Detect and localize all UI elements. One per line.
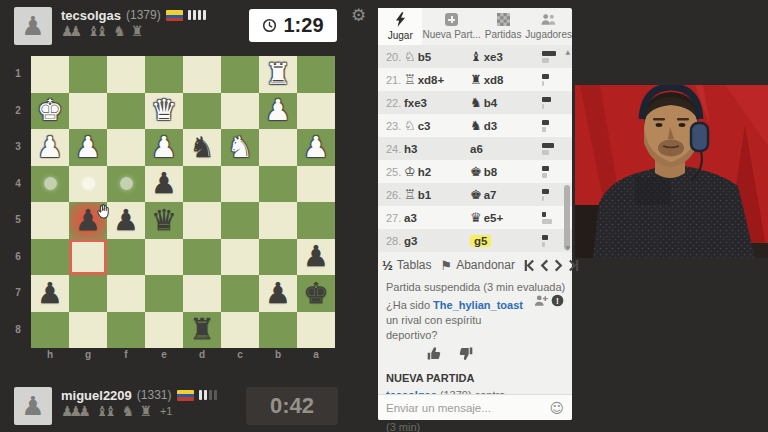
pawn-avatar-icon: ♟ bbox=[21, 13, 44, 39]
chat-placeholder: Enviar un mensaje... bbox=[386, 402, 491, 414]
piece-wP-e3[interactable]: ♟ bbox=[151, 133, 177, 162]
piece-bP-f5[interactable]: ♟ bbox=[113, 206, 139, 235]
square-b5[interactable] bbox=[259, 202, 297, 239]
move-row-28: 28.g3g5 bbox=[378, 229, 572, 252]
square-h7[interactable]: ♟ bbox=[31, 275, 69, 312]
square-b7[interactable]: ♟ bbox=[259, 275, 297, 312]
captured-piece: ♞ bbox=[113, 23, 126, 39]
colombia-flag-icon bbox=[166, 10, 183, 21]
clock-bottom-time: 0:42 bbox=[270, 393, 314, 419]
square-h3[interactable]: ♟ bbox=[31, 129, 69, 166]
move-text: h2 bbox=[418, 166, 431, 178]
move-number: 25. bbox=[378, 166, 404, 178]
piece-icon-bN: ♞ bbox=[470, 118, 482, 133]
move-row-27: 27.a3♛e5+ bbox=[378, 206, 572, 229]
square-b1[interactable]: ♜ bbox=[259, 56, 297, 93]
square-e1[interactable] bbox=[145, 56, 183, 93]
player-bottom-rating: (1331) bbox=[137, 388, 172, 402]
square-d2[interactable] bbox=[183, 93, 221, 130]
move-number: 27. bbox=[378, 212, 404, 224]
square-b2[interactable]: ♟ bbox=[259, 93, 297, 130]
move-text: a6 bbox=[470, 143, 483, 155]
gear-icon[interactable]: ⚙ bbox=[351, 5, 366, 25]
square-d1[interactable] bbox=[183, 56, 221, 93]
piece-bP-e4[interactable]: ♟ bbox=[151, 169, 177, 198]
square-d3[interactable]: ♞ bbox=[183, 129, 221, 166]
captured-piece: ♝ bbox=[104, 403, 117, 419]
report-icon[interactable]: ! bbox=[551, 294, 564, 307]
square-a3[interactable]: ♟ bbox=[297, 129, 335, 166]
move-number: 21. bbox=[378, 74, 404, 86]
nav-first-icon[interactable] bbox=[524, 259, 535, 272]
square-f5[interactable]: ♟ bbox=[107, 202, 145, 239]
move-row-25: 25.♔h2♚b8 bbox=[378, 160, 572, 183]
board-icon bbox=[497, 13, 510, 26]
piece-bR-d8[interactable]: ♜ bbox=[189, 315, 215, 344]
move-time-bars bbox=[542, 97, 572, 109]
move-row-23: 23.♘c3♞d3 bbox=[378, 114, 572, 137]
move-number: 22. bbox=[378, 97, 404, 109]
black-move[interactable]: ♞b4 bbox=[470, 95, 542, 110]
piece-wR-b1[interactable]: ♜ bbox=[265, 60, 291, 89]
captured-piece: ♜ bbox=[139, 403, 152, 419]
square-c2[interactable] bbox=[221, 93, 259, 130]
move-text: xd8 bbox=[484, 74, 504, 86]
piece-wP-b2[interactable]: ♟ bbox=[265, 96, 291, 125]
piece-bP-a6[interactable]: ♟ bbox=[303, 242, 329, 271]
captured-piece: ♟ bbox=[70, 23, 83, 39]
black-move[interactable]: ♛e5+ bbox=[470, 210, 542, 225]
player-top: ♟ tecsolgas (1379) ♟♟♝♝♞♜ bbox=[14, 7, 206, 45]
square-a8[interactable] bbox=[297, 312, 335, 349]
square-d5[interactable] bbox=[183, 202, 221, 239]
square-g6[interactable] bbox=[69, 239, 107, 276]
piece-wP-h3[interactable]: ♟ bbox=[37, 133, 63, 162]
move-number: 20. bbox=[378, 51, 404, 63]
players-icon bbox=[541, 13, 556, 26]
move-number: 28. bbox=[378, 235, 404, 247]
black-move[interactable]: g5 bbox=[470, 235, 542, 247]
move-row-22: 22.fxe3♞b4 bbox=[378, 91, 572, 114]
captured-piece: ♝ bbox=[96, 23, 109, 39]
game-controls: ½ Tablas ⚑ Abandonar bbox=[378, 252, 572, 278]
tab-label: Jugar bbox=[388, 30, 413, 41]
white-move[interactable]: ♘c3 bbox=[404, 118, 470, 133]
square-f1[interactable] bbox=[107, 56, 145, 93]
draw-label: Tablas bbox=[397, 258, 432, 272]
file-label-e: e bbox=[145, 349, 183, 360]
avatar[interactable]: ♟ bbox=[14, 387, 52, 425]
tab-label: Partidas bbox=[485, 29, 522, 40]
move-text: b1 bbox=[418, 189, 431, 201]
move-text: xe3 bbox=[484, 51, 503, 63]
move-time-bars bbox=[542, 166, 572, 178]
square-a7[interactable]: ♚ bbox=[297, 275, 335, 312]
suspended-text: Partida suspendida (3 min evaluada) bbox=[386, 280, 566, 295]
white-move[interactable]: ♔h2 bbox=[404, 164, 470, 179]
piece-icon-wN: ♘ bbox=[404, 49, 416, 64]
move-text: a3 bbox=[404, 212, 417, 224]
piece-icon-bQ: ♛ bbox=[470, 210, 482, 225]
side-panel: Jugar Nueva Part... Partidas Jugadores 2… bbox=[378, 8, 572, 420]
piece-icon-wN: ♘ bbox=[404, 118, 416, 133]
white-move[interactable]: g3 bbox=[404, 235, 470, 247]
move-text: e5+ bbox=[484, 212, 504, 224]
nav-next-icon[interactable] bbox=[554, 259, 563, 272]
square-e3[interactable]: ♟ bbox=[145, 129, 183, 166]
square-h2[interactable]: ♚ bbox=[31, 93, 69, 130]
square-f6[interactable] bbox=[107, 239, 145, 276]
square-b6[interactable] bbox=[259, 239, 297, 276]
offer-draw-button[interactable]: ½ Tablas bbox=[382, 258, 432, 273]
move-row-20: 20.♘b5♝xe3 bbox=[378, 45, 572, 68]
bolt-icon bbox=[395, 12, 406, 27]
move-time-bars bbox=[542, 120, 572, 132]
square-a4[interactable] bbox=[297, 166, 335, 203]
resign-button[interactable]: ⚑ Abandonar bbox=[441, 258, 515, 273]
square-h5[interactable] bbox=[31, 202, 69, 239]
captured-pieces-top: ♟♟♝♝♞♜ bbox=[61, 23, 206, 39]
rank-label-6: 6 bbox=[10, 251, 26, 262]
clock-bottom: 0:42 bbox=[246, 387, 338, 425]
move-number: 23. bbox=[378, 120, 404, 132]
scroll-down-icon[interactable]: ▼ bbox=[565, 244, 570, 251]
clock-top: 1:29 bbox=[249, 9, 337, 42]
player-bottom: ♟ miguel2209 (1331) ♟♟♟♝♝♞♜+1 bbox=[14, 387, 217, 425]
player-top-name[interactable]: tecsolgas bbox=[61, 8, 121, 23]
square-e7[interactable] bbox=[145, 275, 183, 312]
webcam-feed bbox=[575, 85, 768, 258]
move-text: b5 bbox=[418, 51, 431, 63]
piece-icon-wK: ♔ bbox=[404, 164, 416, 179]
white-move[interactable]: a3 bbox=[404, 212, 470, 224]
captured-piece: ♞ bbox=[122, 403, 135, 419]
hand-cursor-icon bbox=[95, 203, 111, 224]
square-a2[interactable] bbox=[297, 93, 335, 130]
square-d4[interactable] bbox=[183, 166, 221, 203]
piece-icon-wR: ♖ bbox=[404, 187, 416, 202]
white-move[interactable]: ♖xd8+ bbox=[404, 72, 470, 87]
square-c1[interactable] bbox=[221, 56, 259, 93]
square-c4[interactable] bbox=[221, 166, 259, 203]
clock-icon bbox=[262, 18, 277, 33]
move-row-21: 21.♖xd8+♜xd8 bbox=[378, 68, 572, 91]
square-g7[interactable] bbox=[69, 275, 107, 312]
square-h8[interactable] bbox=[31, 312, 69, 349]
square-g8[interactable] bbox=[69, 312, 107, 349]
piece-icon-bB: ♝ bbox=[470, 49, 482, 64]
scrollbar-thumb[interactable] bbox=[564, 185, 570, 250]
square-e5[interactable]: ♛ bbox=[145, 202, 183, 239]
file-label-a: a bbox=[297, 349, 335, 360]
piece-wQ-e2[interactable]: ♛ bbox=[151, 96, 177, 125]
pawn-avatar-icon: ♟ bbox=[21, 393, 44, 419]
square-e2[interactable]: ♛ bbox=[145, 93, 183, 130]
resign-flag-icon: ⚑ bbox=[441, 258, 453, 273]
piece-wK-h2[interactable]: ♚ bbox=[37, 96, 63, 125]
piece-bP-h7[interactable]: ♟ bbox=[37, 279, 63, 308]
file-label-g: g bbox=[69, 349, 107, 360]
time-control: (3 min) bbox=[386, 420, 566, 432]
square-g3[interactable]: ♟ bbox=[69, 129, 107, 166]
file-label-d: d bbox=[183, 349, 221, 360]
black-move[interactable]: ♚a7 bbox=[470, 187, 542, 202]
emoji-icon[interactable]: ☺ bbox=[549, 400, 564, 416]
piece-icon-wR: ♖ bbox=[404, 72, 416, 87]
square-g4[interactable] bbox=[69, 166, 107, 203]
rank-label-8: 8 bbox=[10, 324, 26, 335]
venezuela-flag-icon bbox=[177, 390, 194, 401]
piece-icon-bK: ♚ bbox=[470, 187, 482, 202]
player-bottom-name[interactable]: miguel2209 bbox=[61, 388, 132, 403]
square-h4[interactable] bbox=[31, 166, 69, 203]
square-c6[interactable] bbox=[221, 239, 259, 276]
captured-piece: ♜ bbox=[131, 23, 144, 39]
move-time-bars bbox=[542, 143, 572, 155]
move-navigation bbox=[524, 259, 579, 272]
move-text: d3 bbox=[484, 120, 497, 132]
black-move[interactable]: ♚b8 bbox=[470, 164, 542, 179]
move-text: g3 bbox=[404, 235, 417, 247]
player-top-rating: (1379) bbox=[126, 8, 161, 22]
black-move[interactable]: ♝xe3 bbox=[470, 49, 542, 64]
tab-bar: Jugar Nueva Part... Partidas Jugadores bbox=[378, 8, 572, 45]
move-list: 20.♘b5♝xe321.♖xd8+♜xd822.fxe3♞b423.♘c3♞d… bbox=[378, 45, 572, 252]
streamer-portrait bbox=[575, 85, 768, 258]
rank-label-2: 2 bbox=[10, 105, 26, 116]
square-f4[interactable] bbox=[107, 166, 145, 203]
tab-nueva-partida[interactable]: Nueva Part... bbox=[422, 8, 480, 45]
scroll-up-icon[interactable]: ▲ bbox=[565, 48, 570, 55]
svg-text:!: ! bbox=[556, 296, 559, 306]
square-d7[interactable] bbox=[183, 275, 221, 312]
move-text: b8 bbox=[484, 166, 497, 178]
move-text: c3 bbox=[418, 120, 431, 132]
square-c8[interactable] bbox=[221, 312, 259, 349]
tab-jugar[interactable]: Jugar bbox=[378, 8, 422, 45]
rank-label-3: 3 bbox=[10, 141, 26, 152]
square-a5[interactable] bbox=[297, 202, 335, 239]
resign-label: Abandonar bbox=[456, 258, 515, 272]
rank-label-4: 4 bbox=[10, 178, 26, 189]
white-move[interactable]: ♖b1 bbox=[404, 187, 470, 202]
square-h6[interactable] bbox=[31, 239, 69, 276]
signal-bars bbox=[188, 10, 206, 20]
nav-last-icon[interactable] bbox=[568, 259, 579, 272]
square-f7[interactable] bbox=[107, 275, 145, 312]
piece-bP-b7[interactable]: ♟ bbox=[265, 279, 291, 308]
black-move[interactable]: ♜xd8 bbox=[470, 72, 542, 87]
add-friend-icon[interactable] bbox=[534, 294, 548, 307]
move-number: 24. bbox=[378, 143, 404, 155]
plus-icon bbox=[445, 13, 458, 26]
captured-piece: ♟ bbox=[78, 403, 91, 419]
square-f2[interactable] bbox=[107, 93, 145, 130]
square-e6[interactable] bbox=[145, 239, 183, 276]
signal-bars bbox=[199, 390, 217, 400]
move-text: g5 bbox=[470, 235, 491, 247]
square-b4[interactable] bbox=[259, 166, 297, 203]
white-move[interactable]: h3 bbox=[404, 143, 470, 155]
piece-icon-bK: ♚ bbox=[470, 164, 482, 179]
black-move[interactable]: ♞d3 bbox=[470, 118, 542, 133]
move-text: b4 bbox=[484, 97, 497, 109]
square-c3[interactable]: ♞ bbox=[221, 129, 259, 166]
half-point-icon: ½ bbox=[382, 258, 393, 273]
white-move[interactable]: fxe3 bbox=[404, 97, 470, 109]
square-g1[interactable] bbox=[69, 56, 107, 93]
square-c5[interactable] bbox=[221, 202, 259, 239]
square-a6[interactable]: ♟ bbox=[297, 239, 335, 276]
piece-bQ-e5[interactable]: ♛ bbox=[151, 206, 177, 235]
thumbs-up-icon[interactable] bbox=[426, 345, 443, 362]
piece-bK-a7[interactable]: ♚ bbox=[303, 279, 329, 308]
new-game-header: NUEVA PARTIDA bbox=[386, 371, 566, 386]
tab-partidas[interactable]: Partidas bbox=[481, 8, 525, 45]
square-b8[interactable] bbox=[259, 312, 297, 349]
square-e8[interactable] bbox=[145, 312, 183, 349]
piece-bN-d3[interactable]: ♞ bbox=[189, 133, 215, 162]
piece-wP-g3[interactable]: ♟ bbox=[75, 133, 101, 162]
rank-label-5: 5 bbox=[10, 214, 26, 225]
square-h1[interactable] bbox=[31, 56, 69, 93]
move-time-bars bbox=[542, 74, 572, 86]
square-d8[interactable]: ♜ bbox=[183, 312, 221, 349]
rank-label-1: 1 bbox=[10, 68, 26, 79]
square-g2[interactable] bbox=[69, 93, 107, 130]
move-number: 26. bbox=[378, 189, 404, 201]
file-label-f: f bbox=[107, 349, 145, 360]
file-label-h: h bbox=[31, 349, 69, 360]
move-row-24: 24.h3a6 bbox=[378, 137, 572, 160]
material-advantage: +1 bbox=[160, 405, 173, 417]
piece-wN-c3[interactable]: ♞ bbox=[227, 133, 253, 162]
opponent-link[interactable]: The_hylian_toast bbox=[433, 299, 523, 311]
piece-icon-bR: ♜ bbox=[470, 72, 482, 87]
move-text: h3 bbox=[404, 143, 417, 155]
square-c7[interactable] bbox=[221, 275, 259, 312]
file-label-b: b bbox=[259, 349, 297, 360]
avatar[interactable]: ♟ bbox=[14, 7, 52, 45]
chat-input[interactable]: Enviar un mensaje... ☺ bbox=[378, 394, 572, 420]
tab-label: Jugadores bbox=[525, 29, 572, 40]
move-text: fxe3 bbox=[404, 97, 427, 109]
square-e4[interactable]: ♟ bbox=[145, 166, 183, 203]
thumbs-down-icon[interactable] bbox=[457, 345, 474, 362]
square-f3[interactable] bbox=[107, 129, 145, 166]
move-text: xd8+ bbox=[418, 74, 445, 86]
square-a1[interactable] bbox=[297, 56, 335, 93]
piece-icon-bN: ♞ bbox=[470, 95, 482, 110]
nav-prev-icon[interactable] bbox=[540, 259, 549, 272]
move-row-26: 26.♖b1♚a7 bbox=[378, 183, 572, 206]
piece-wP-a3[interactable]: ♟ bbox=[303, 133, 329, 162]
tab-jugadores[interactable]: Jugadores bbox=[525, 8, 572, 45]
page: { "game": "chess", "position": { "fen": … bbox=[0, 0, 768, 432]
captured-pieces-bottom: ♟♟♟♝♝♞♜+1 bbox=[61, 403, 217, 419]
move-text: a7 bbox=[484, 189, 497, 201]
chess-board[interactable]: ♜♚♛♟♟♟♟♞♞♟♟♟♟♛♟♟♟♚♜ bbox=[31, 56, 335, 348]
white-move[interactable]: ♘b5 bbox=[404, 49, 470, 64]
file-label-c: c bbox=[221, 349, 259, 360]
black-move[interactable]: a6 bbox=[470, 143, 542, 155]
sportsmanship-question: ¿Ha sido The_hylian_toast un rival con e… bbox=[386, 298, 528, 343]
square-d6[interactable] bbox=[183, 239, 221, 276]
square-b3[interactable] bbox=[259, 129, 297, 166]
square-f8[interactable] bbox=[107, 312, 145, 349]
tab-label: Nueva Part... bbox=[422, 29, 480, 40]
clock-top-time: 1:29 bbox=[283, 14, 323, 37]
rank-label-7: 7 bbox=[10, 287, 26, 298]
